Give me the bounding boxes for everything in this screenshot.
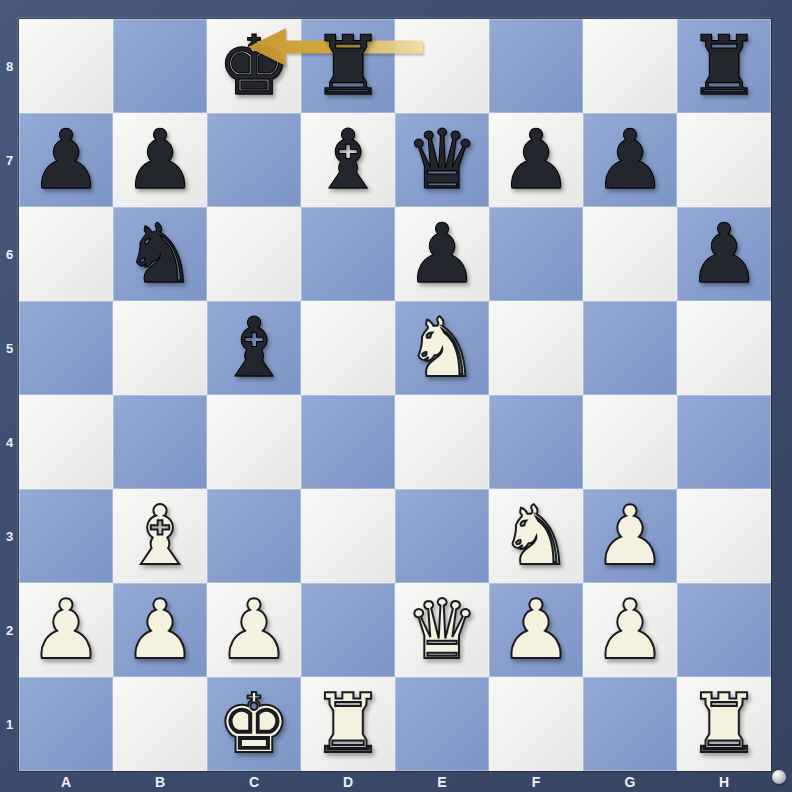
- square-b8[interactable]: [113, 19, 207, 113]
- piece-black-knight[interactable]: ♞: [123, 207, 197, 301]
- square-f4[interactable]: [489, 395, 583, 489]
- piece-black-rook[interactable]: ♜: [687, 19, 761, 113]
- square-d2[interactable]: [301, 583, 395, 677]
- square-a8[interactable]: [19, 19, 113, 113]
- square-a5[interactable]: [19, 301, 113, 395]
- piece-white-pawn[interactable]: ♟: [499, 583, 573, 677]
- file-label-c: C: [207, 771, 301, 792]
- piece-white-pawn[interactable]: ♟: [593, 489, 667, 583]
- chess-board-window: ♚♜♜♟♟♝♛♟♟♞♟♟♝♞♝♞♟♟♟♟♛♟♟♚♜♜ 87654321ABCDE…: [0, 0, 792, 792]
- piece-black-bishop[interactable]: ♝: [217, 301, 291, 395]
- square-a2[interactable]: ♟: [19, 583, 113, 677]
- square-g8[interactable]: [583, 19, 677, 113]
- square-d7[interactable]: ♝: [301, 113, 395, 207]
- piece-black-pawn[interactable]: ♟: [499, 113, 573, 207]
- piece-white-knight[interactable]: ♞: [499, 489, 573, 583]
- file-label-d: D: [301, 771, 395, 792]
- file-label-a: A: [19, 771, 113, 792]
- square-a6[interactable]: [19, 207, 113, 301]
- file-label-e: E: [395, 771, 489, 792]
- chess-board: ♚♜♜♟♟♝♛♟♟♞♟♟♝♞♝♞♟♟♟♟♛♟♟♚♜♜: [19, 19, 771, 771]
- square-d3[interactable]: [301, 489, 395, 583]
- square-c6[interactable]: [207, 207, 301, 301]
- square-f1[interactable]: [489, 677, 583, 771]
- piece-white-rook[interactable]: ♜: [311, 677, 385, 771]
- piece-black-queen[interactable]: ♛: [405, 113, 479, 207]
- piece-black-pawn[interactable]: ♟: [29, 113, 103, 207]
- square-b6[interactable]: ♞: [113, 207, 207, 301]
- piece-black-pawn[interactable]: ♟: [405, 207, 479, 301]
- square-a3[interactable]: [19, 489, 113, 583]
- piece-white-pawn[interactable]: ♟: [123, 583, 197, 677]
- square-e6[interactable]: ♟: [395, 207, 489, 301]
- piece-white-pawn[interactable]: ♟: [593, 583, 667, 677]
- square-f6[interactable]: [489, 207, 583, 301]
- square-a1[interactable]: [19, 677, 113, 771]
- square-a4[interactable]: [19, 395, 113, 489]
- file-label-g: G: [583, 771, 677, 792]
- square-a7[interactable]: ♟: [19, 113, 113, 207]
- square-b5[interactable]: [113, 301, 207, 395]
- square-h4[interactable]: [677, 395, 771, 489]
- file-label-b: B: [113, 771, 207, 792]
- square-e8[interactable]: [395, 19, 489, 113]
- square-c1[interactable]: ♚: [207, 677, 301, 771]
- square-e7[interactable]: ♛: [395, 113, 489, 207]
- rank-label-8: 8: [0, 19, 19, 113]
- piece-black-pawn[interactable]: ♟: [687, 207, 761, 301]
- square-g6[interactable]: [583, 207, 677, 301]
- square-f5[interactable]: [489, 301, 583, 395]
- piece-black-pawn[interactable]: ♟: [593, 113, 667, 207]
- square-d1[interactable]: ♜: [301, 677, 395, 771]
- square-e5[interactable]: ♞: [395, 301, 489, 395]
- square-g2[interactable]: ♟: [583, 583, 677, 677]
- square-c2[interactable]: ♟: [207, 583, 301, 677]
- square-c5[interactable]: ♝: [207, 301, 301, 395]
- square-f7[interactable]: ♟: [489, 113, 583, 207]
- square-g3[interactable]: ♟: [583, 489, 677, 583]
- square-b1[interactable]: [113, 677, 207, 771]
- rank-label-3: 3: [0, 489, 19, 583]
- square-d6[interactable]: [301, 207, 395, 301]
- rank-label-1: 1: [0, 677, 19, 771]
- square-c8[interactable]: ♚: [207, 19, 301, 113]
- square-h3[interactable]: [677, 489, 771, 583]
- square-e4[interactable]: [395, 395, 489, 489]
- square-e2[interactable]: ♛: [395, 583, 489, 677]
- piece-white-king[interactable]: ♚: [217, 677, 291, 771]
- rank-label-7: 7: [0, 113, 19, 207]
- piece-white-queen[interactable]: ♛: [405, 583, 479, 677]
- piece-white-knight[interactable]: ♞: [405, 301, 479, 395]
- piece-black-king[interactable]: ♚: [217, 19, 291, 113]
- square-c7[interactable]: [207, 113, 301, 207]
- square-b3[interactable]: ♝: [113, 489, 207, 583]
- square-h1[interactable]: ♜: [677, 677, 771, 771]
- square-d4[interactable]: [301, 395, 395, 489]
- file-label-f: F: [489, 771, 583, 792]
- rank-label-5: 5: [0, 301, 19, 395]
- square-h6[interactable]: ♟: [677, 207, 771, 301]
- square-e3[interactable]: [395, 489, 489, 583]
- square-b4[interactable]: [113, 395, 207, 489]
- square-h7[interactable]: [677, 113, 771, 207]
- piece-black-bishop[interactable]: ♝: [311, 113, 385, 207]
- file-label-h: H: [677, 771, 771, 792]
- piece-white-pawn[interactable]: ♟: [217, 583, 291, 677]
- square-g4[interactable]: [583, 395, 677, 489]
- piece-white-rook[interactable]: ♜: [687, 677, 761, 771]
- square-h8[interactable]: ♜: [677, 19, 771, 113]
- square-b7[interactable]: ♟: [113, 113, 207, 207]
- square-f8[interactable]: [489, 19, 583, 113]
- piece-white-pawn[interactable]: ♟: [29, 583, 103, 677]
- square-c4[interactable]: [207, 395, 301, 489]
- rank-label-2: 2: [0, 583, 19, 677]
- square-h2[interactable]: [677, 583, 771, 677]
- rank-label-6: 6: [0, 207, 19, 301]
- square-f2[interactable]: ♟: [489, 583, 583, 677]
- piece-black-rook[interactable]: ♜: [311, 19, 385, 113]
- square-f3[interactable]: ♞: [489, 489, 583, 583]
- square-h5[interactable]: [677, 301, 771, 395]
- square-d8[interactable]: ♜: [301, 19, 395, 113]
- piece-white-bishop[interactable]: ♝: [123, 489, 197, 583]
- square-e1[interactable]: [395, 677, 489, 771]
- square-g7[interactable]: ♟: [583, 113, 677, 207]
- square-d5[interactable]: [301, 301, 395, 395]
- piece-black-pawn[interactable]: ♟: [123, 113, 197, 207]
- square-b2[interactable]: ♟: [113, 583, 207, 677]
- square-g5[interactable]: [583, 301, 677, 395]
- square-c3[interactable]: [207, 489, 301, 583]
- rank-label-4: 4: [0, 395, 19, 489]
- sphere-ball-icon: [772, 770, 786, 784]
- square-g1[interactable]: [583, 677, 677, 771]
